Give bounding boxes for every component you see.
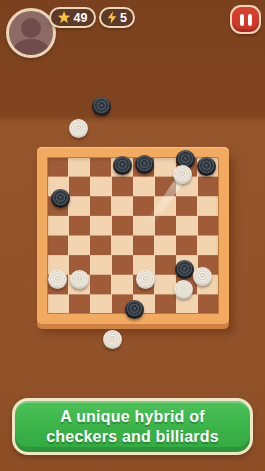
stars-badge: 49: [49, 7, 96, 28]
checker-white[interactable]: [136, 270, 155, 289]
checker-dark[interactable]: [135, 155, 154, 174]
tagline-line-2: checkers and billiards: [46, 427, 218, 447]
pause-button[interactable]: [230, 5, 261, 34]
checker-white[interactable]: [174, 280, 193, 299]
pause-icon: [248, 14, 252, 26]
tagline-line-1: A unique hybrid of: [60, 407, 204, 427]
pause-icon: [240, 14, 244, 26]
checker-dark[interactable]: [197, 157, 216, 176]
checker-dark[interactable]: [113, 156, 132, 175]
checker-dark[interactable]: [175, 260, 194, 279]
checker-white[interactable]: [69, 119, 88, 138]
checker-white[interactable]: [173, 165, 192, 184]
game-screen: 49 5 A unique hybrid of checkers and bil…: [0, 0, 265, 471]
checker-white[interactable]: [48, 270, 67, 289]
energy-count: 5: [120, 11, 127, 25]
checker-white[interactable]: [193, 267, 212, 286]
checker-dark[interactable]: [125, 300, 144, 319]
checker-white[interactable]: [70, 270, 89, 289]
star-icon: [58, 11, 71, 24]
checker-dark[interactable]: [92, 97, 111, 116]
avatar-icon-body: [13, 39, 49, 58]
board-squares[interactable]: [47, 157, 219, 314]
energy-badge: 5: [99, 7, 135, 28]
lightning-icon: [107, 11, 117, 24]
avatar-icon: [21, 18, 41, 38]
stars-count: 49: [74, 11, 88, 25]
checker-dark[interactable]: [51, 189, 70, 208]
checker-white[interactable]: [103, 330, 122, 349]
tagline-banner: A unique hybrid of checkers and billiard…: [12, 398, 253, 455]
